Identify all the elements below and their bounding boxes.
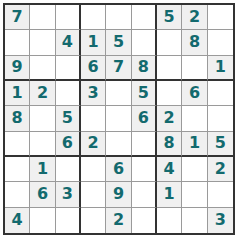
cell-r5c1[interactable]: 8 [5, 106, 30, 131]
cell-r3c9[interactable]: 1 [208, 56, 233, 81]
cell-r8c9[interactable] [208, 182, 233, 207]
cell-r4c3[interactable] [56, 81, 81, 106]
cell-r5c5[interactable] [106, 106, 131, 131]
cell-r4c6[interactable]: 5 [132, 81, 157, 106]
cell-r2c7[interactable] [157, 30, 182, 55]
cell-r3c1[interactable]: 9 [5, 56, 30, 81]
cell-r8c6[interactable] [132, 182, 157, 207]
cell-r5c9[interactable] [208, 106, 233, 131]
cell-r6c1[interactable] [5, 132, 30, 157]
cell-r7c4[interactable] [81, 157, 106, 182]
cell-r3c4[interactable]: 6 [81, 56, 106, 81]
cell-r4c9[interactable] [208, 81, 233, 106]
cell-r7c8[interactable] [182, 157, 207, 182]
cell-r4c8[interactable]: 6 [182, 81, 207, 106]
cell-r6c9[interactable]: 5 [208, 132, 233, 157]
cell-r8c3[interactable]: 3 [56, 182, 81, 207]
cell-r3c7[interactable] [157, 56, 182, 81]
cell-r2c6[interactable] [132, 30, 157, 55]
cell-r9c4[interactable] [81, 208, 106, 233]
cell-r9c6[interactable] [132, 208, 157, 233]
cell-r8c1[interactable] [5, 182, 30, 207]
cell-r7c2[interactable]: 1 [30, 157, 55, 182]
cell-r5c2[interactable] [30, 106, 55, 131]
cell-r3c6[interactable]: 8 [132, 56, 157, 81]
cell-r8c4[interactable] [81, 182, 106, 207]
cell-r4c1[interactable]: 1 [5, 81, 30, 106]
cell-r1c1[interactable]: 7 [5, 5, 30, 30]
cell-r2c2[interactable] [30, 30, 55, 55]
cell-r9c2[interactable] [30, 208, 55, 233]
cell-r9c7[interactable] [157, 208, 182, 233]
cell-r7c6[interactable] [132, 157, 157, 182]
cell-r9c9[interactable]: 3 [208, 208, 233, 233]
cell-r5c8[interactable] [182, 106, 207, 131]
cell-r6c4[interactable]: 2 [81, 132, 106, 157]
cell-r2c3[interactable]: 4 [56, 30, 81, 55]
cell-r5c3[interactable]: 5 [56, 106, 81, 131]
cell-r9c5[interactable]: 2 [106, 208, 131, 233]
cell-r3c5[interactable]: 7 [106, 56, 131, 81]
cell-r7c9[interactable]: 2 [208, 157, 233, 182]
cell-r8c8[interactable] [182, 182, 207, 207]
cell-r5c7[interactable]: 2 [157, 106, 182, 131]
cell-r2c8[interactable]: 8 [182, 30, 207, 55]
cell-r8c7[interactable]: 1 [157, 182, 182, 207]
cell-r6c2[interactable] [30, 132, 55, 157]
cell-r6c5[interactable] [106, 132, 131, 157]
cell-r4c5[interactable] [106, 81, 131, 106]
cell-r1c3[interactable] [56, 5, 81, 30]
cell-r8c2[interactable]: 6 [30, 182, 55, 207]
cell-r1c9[interactable] [208, 5, 233, 30]
cell-r1c5[interactable] [106, 5, 131, 30]
cell-r5c4[interactable] [81, 106, 106, 131]
cell-r9c8[interactable] [182, 208, 207, 233]
cell-r4c2[interactable]: 2 [30, 81, 55, 106]
cell-r4c4[interactable]: 3 [81, 81, 106, 106]
cell-r2c9[interactable] [208, 30, 233, 55]
cell-r1c6[interactable] [132, 5, 157, 30]
cell-r2c5[interactable]: 5 [106, 30, 131, 55]
cell-r7c7[interactable]: 4 [157, 157, 182, 182]
cell-r6c3[interactable]: 6 [56, 132, 81, 157]
cell-r3c8[interactable] [182, 56, 207, 81]
cell-r9c1[interactable]: 4 [5, 208, 30, 233]
cell-r1c4[interactable] [81, 5, 106, 30]
sudoku-page: 7524158967811235685626281516426391423 [0, 0, 240, 240]
cell-r8c5[interactable]: 9 [106, 182, 131, 207]
cell-r1c8[interactable]: 2 [182, 5, 207, 30]
cell-r2c4[interactable]: 1 [81, 30, 106, 55]
cell-r3c3[interactable] [56, 56, 81, 81]
cell-r6c8[interactable]: 1 [182, 132, 207, 157]
cell-r7c5[interactable]: 6 [106, 157, 131, 182]
cell-r5c6[interactable]: 6 [132, 106, 157, 131]
cell-r3c2[interactable] [30, 56, 55, 81]
cell-r6c7[interactable]: 8 [157, 132, 182, 157]
cell-r9c3[interactable] [56, 208, 81, 233]
cell-r6c6[interactable] [132, 132, 157, 157]
cell-r1c2[interactable] [30, 5, 55, 30]
cell-r7c1[interactable] [5, 157, 30, 182]
sudoku-board: 7524158967811235685626281516426391423 [3, 3, 235, 235]
cell-r4c7[interactable] [157, 81, 182, 106]
cell-r7c3[interactable] [56, 157, 81, 182]
cell-r1c7[interactable]: 5 [157, 5, 182, 30]
cell-r2c1[interactable] [5, 30, 30, 55]
